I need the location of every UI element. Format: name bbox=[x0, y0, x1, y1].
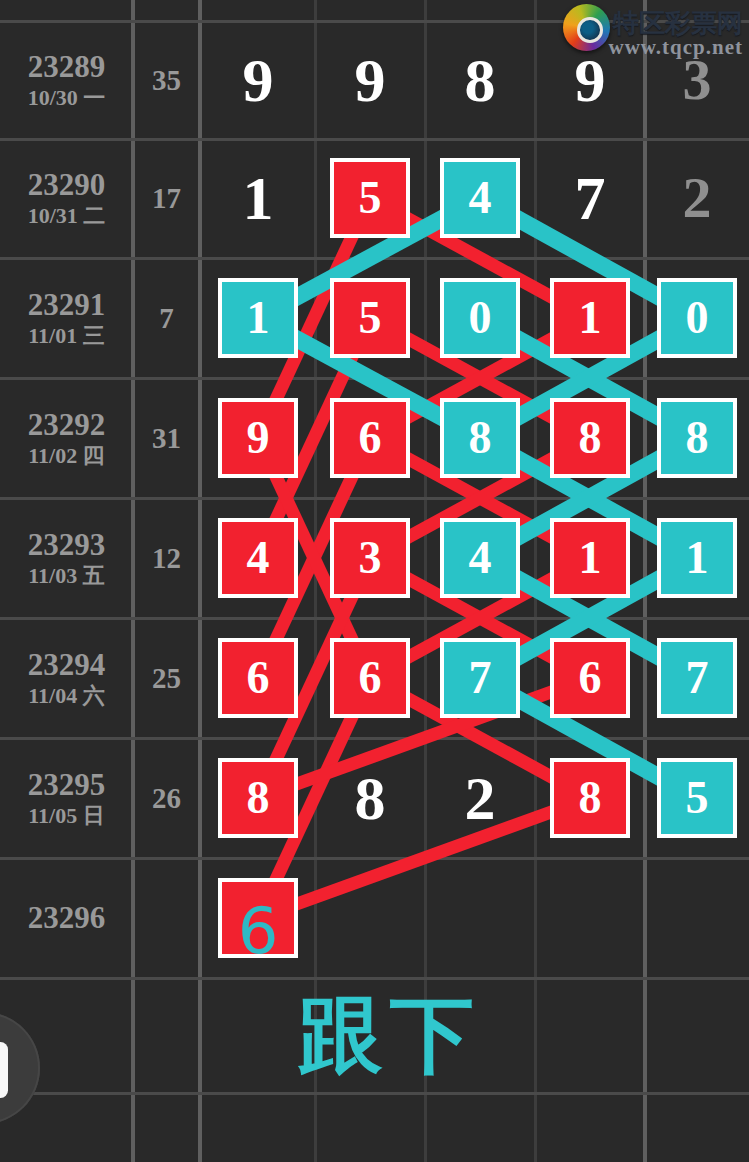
digit-cell-r7c3: 2 bbox=[465, 767, 496, 829]
digit-box-r3c5: 0 bbox=[657, 278, 737, 358]
digit-value: 8 bbox=[686, 415, 709, 461]
digit-value: 1 bbox=[579, 295, 602, 341]
digit-box-r5c4: 1 bbox=[550, 518, 630, 598]
draw-date: 11/05 日 bbox=[0, 803, 133, 829]
digit-box-r6c5: 7 bbox=[657, 638, 737, 718]
draw-label-23294: 2329411/04 六 bbox=[0, 647, 133, 709]
digit-value: 8 bbox=[579, 775, 602, 821]
digit-box-r4c2: 6 bbox=[330, 398, 410, 478]
draw-number: 23293 bbox=[0, 527, 133, 563]
digit-value: 6 bbox=[359, 655, 382, 701]
digit-value: 1 bbox=[579, 535, 602, 581]
draw-number: 23289 bbox=[0, 49, 133, 85]
digit-cell-r1c2: 9 bbox=[355, 49, 386, 111]
digit-cell-r7c2: 8 bbox=[355, 767, 386, 829]
digit-value: 3 bbox=[359, 535, 382, 581]
digit-value: 9 bbox=[247, 415, 270, 461]
digit-box-r7c1: 8 bbox=[218, 758, 298, 838]
digit-value: 8 bbox=[579, 415, 602, 461]
digit-box-r4c5: 8 bbox=[657, 398, 737, 478]
draw-number: 23296 bbox=[0, 900, 133, 936]
digit-cell-r2c1: 1 bbox=[243, 167, 274, 229]
digit-box-r4c1: 9 bbox=[218, 398, 298, 478]
digit-box-r2c2: 5 bbox=[330, 158, 410, 238]
digit-box-r8c1: 6 bbox=[218, 878, 298, 958]
digit-value: 4 bbox=[469, 175, 492, 221]
digit-value: 6 bbox=[579, 655, 602, 701]
sum-value: 17 bbox=[133, 182, 200, 215]
digit-value: 7 bbox=[686, 655, 709, 701]
digit-value: 6 bbox=[247, 655, 270, 701]
digit-box-r5c1: 4 bbox=[218, 518, 298, 598]
draw-number: 23295 bbox=[0, 767, 133, 803]
digit-box-r6c1: 6 bbox=[218, 638, 298, 718]
draw-label-23291: 2329111/01 三 bbox=[0, 287, 133, 349]
digit-value: 6 bbox=[359, 415, 382, 461]
draw-number: 23294 bbox=[0, 647, 133, 683]
draw-label-23292: 2329211/02 四 bbox=[0, 407, 133, 469]
digit-value: 1 bbox=[247, 295, 270, 341]
logo-url: www.tqcp.net bbox=[583, 35, 743, 60]
draw-number: 23292 bbox=[0, 407, 133, 443]
draw-date: 11/03 五 bbox=[0, 563, 133, 589]
digit-box-r7c4: 8 bbox=[550, 758, 630, 838]
digit-cell-r1c1: 9 bbox=[243, 49, 274, 111]
sum-value: 7 bbox=[133, 302, 200, 335]
digit-cell-r1c3: 8 bbox=[465, 49, 496, 111]
draw-date: 11/02 四 bbox=[0, 443, 133, 469]
sum-value: 12 bbox=[133, 542, 200, 575]
digit-box-r4c3: 8 bbox=[440, 398, 520, 478]
draw-label-23296: 23296 bbox=[0, 900, 133, 936]
caption-text: 跟下 bbox=[190, 982, 590, 1088]
digit-box-r5c2: 3 bbox=[330, 518, 410, 598]
digit-box-r6c4: 6 bbox=[550, 638, 630, 718]
digit-value: 1 bbox=[686, 535, 709, 581]
digit-box-r5c5: 1 bbox=[657, 518, 737, 598]
digit-cell-r2c5: 2 bbox=[683, 169, 712, 227]
digit-box-r2c3: 4 bbox=[440, 158, 520, 238]
digit-value: 4 bbox=[247, 535, 270, 581]
sum-value: 35 bbox=[133, 64, 200, 97]
digit-box-r5c3: 4 bbox=[440, 518, 520, 598]
floating-nav-button-icon bbox=[0, 1042, 8, 1098]
draw-date: 11/04 六 bbox=[0, 683, 133, 709]
draw-number: 23290 bbox=[0, 167, 133, 203]
digit-value: 8 bbox=[469, 415, 492, 461]
digit-value: 0 bbox=[686, 295, 709, 341]
digit-box-r3c1: 1 bbox=[218, 278, 298, 358]
digit-box-r6c3: 7 bbox=[440, 638, 520, 718]
draw-label-23295: 2329511/05 日 bbox=[0, 767, 133, 829]
sum-value: 25 bbox=[133, 662, 200, 695]
digit-value: 0 bbox=[469, 295, 492, 341]
digit-box-r4c4: 8 bbox=[550, 398, 630, 478]
digit-value: 5 bbox=[686, 775, 709, 821]
draw-number: 23291 bbox=[0, 287, 133, 323]
digit-value: 5 bbox=[359, 175, 382, 221]
draw-date: 10/31 二 bbox=[0, 203, 133, 229]
trend-chart-board: 跟下 特区彩票网 www.tqcp.net 2328910/30 一359989… bbox=[0, 0, 749, 1162]
digit-box-r7c5: 5 bbox=[657, 758, 737, 838]
draw-label-23289: 2328910/30 一 bbox=[0, 49, 133, 111]
digit-box-r3c4: 1 bbox=[550, 278, 630, 358]
digit-value: 5 bbox=[359, 295, 382, 341]
draw-label-23293: 2329311/03 五 bbox=[0, 527, 133, 589]
digit-cell-r2c4: 7 bbox=[575, 167, 606, 229]
digit-value: 4 bbox=[469, 535, 492, 581]
digit-value: 6 bbox=[238, 899, 279, 963]
digit-value: 7 bbox=[469, 655, 492, 701]
draw-date: 11/01 三 bbox=[0, 323, 133, 349]
digit-box-r6c2: 6 bbox=[330, 638, 410, 718]
sum-value: 26 bbox=[133, 782, 200, 815]
digit-value: 8 bbox=[247, 775, 270, 821]
sum-value: 31 bbox=[133, 422, 200, 455]
digit-box-r3c2: 5 bbox=[330, 278, 410, 358]
digit-box-r3c3: 0 bbox=[440, 278, 520, 358]
draw-label-23290: 2329010/31 二 bbox=[0, 167, 133, 229]
site-logo[interactable]: 特区彩票网 www.tqcp.net bbox=[551, 2, 747, 60]
draw-date: 10/30 一 bbox=[0, 85, 133, 111]
